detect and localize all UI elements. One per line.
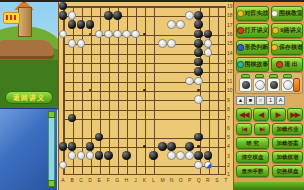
castle-tower-icon xyxy=(18,7,32,37)
blue-dot-icon xyxy=(237,44,244,51)
column-label: Q xyxy=(197,177,201,183)
row-label: 15 xyxy=(227,40,233,46)
load-record-button[interactable]: 加载棋谱 xyxy=(272,151,303,163)
yellow-banner-icon xyxy=(3,12,20,24)
white-stone-tool[interactable] xyxy=(253,78,266,92)
lesson-back-button[interactable]: 返回讲义 xyxy=(5,91,53,104)
white-stone-R15 xyxy=(204,39,213,48)
goban-area: ABCDEFGHJKLMNOPQRST191817161514131211109… xyxy=(58,0,233,190)
red-dot-icon xyxy=(276,61,283,68)
black-stone-L3 xyxy=(149,151,158,160)
white-stone-R14 xyxy=(204,48,213,57)
row-label: 17 xyxy=(227,22,233,28)
white-stone-P3 xyxy=(185,151,194,160)
menu-button-3[interactable]: 打开讲义 xyxy=(236,23,269,38)
marker-tool-1[interactable]: ▲ xyxy=(236,96,245,105)
right-toolbar: 对弈实战围棋教室打开讲义9路讲义形势判断保存棋谱围棋故事退 出 ▲■○1A ◀◀… xyxy=(233,0,304,190)
column-label: A xyxy=(61,177,64,183)
menu-button-label: 形势判断 xyxy=(245,43,269,52)
clear-board-button[interactable]: 清空棋盘 xyxy=(236,151,269,163)
column-label: D xyxy=(88,177,92,183)
white-dot-icon xyxy=(271,10,278,17)
black-stone-F18 xyxy=(104,11,113,20)
black-stone-tool[interactable] xyxy=(267,78,280,92)
black-stone-Q18 xyxy=(194,11,203,20)
gold-dot-icon xyxy=(237,10,244,17)
last-move-marker-icon xyxy=(206,163,211,168)
black-stone-M4 xyxy=(158,142,167,151)
white-stone-N3 xyxy=(167,151,176,160)
marker-tool-row: ▲■○1A xyxy=(236,96,303,105)
black-stone-icon xyxy=(242,81,250,89)
black-stone-Q3 xyxy=(194,151,203,160)
star-point xyxy=(197,145,200,148)
column-label: R xyxy=(206,177,210,183)
row-label: 1 xyxy=(227,171,230,177)
black-stone-H3 xyxy=(122,151,131,160)
menu-button-label: 围棋教室 xyxy=(279,9,303,18)
menu-button-label: 打开讲义 xyxy=(245,26,269,35)
white-stone-N15 xyxy=(167,39,176,48)
menu-button-7[interactable]: 围棋故事 xyxy=(236,57,269,72)
white-stone-B15 xyxy=(68,39,77,48)
row-label: 8 xyxy=(227,106,230,112)
white-stone-J16 xyxy=(131,30,140,39)
menu-button-8[interactable]: 退 出 xyxy=(271,57,303,72)
left-sidebar: 返回讲义 xyxy=(0,0,59,190)
column-label: L xyxy=(152,177,155,183)
menu-button-label: 保存棋谱 xyxy=(279,43,303,52)
menu-button-6[interactable]: 保存棋谱 xyxy=(271,40,303,55)
column-label: J xyxy=(134,177,137,183)
column-label: C xyxy=(79,177,83,183)
lesson-list-panel[interactable] xyxy=(0,108,57,190)
marker-tool-2[interactable]: ■ xyxy=(246,96,255,105)
column-label: K xyxy=(143,177,146,183)
menu-button-label: 对弈实战 xyxy=(245,9,269,18)
menu-button-2[interactable]: 围棋教室 xyxy=(271,6,303,21)
white-stone-R2 xyxy=(204,161,213,170)
stone-tool-strip xyxy=(235,72,303,94)
gold-dot-icon xyxy=(271,44,278,51)
nav-rewind-button[interactable]: ◀◀ xyxy=(236,108,252,121)
column-label: O xyxy=(179,177,183,183)
row-label: 7 xyxy=(227,115,230,121)
row-label: 11 xyxy=(227,78,232,84)
row-label: 18 xyxy=(227,12,233,18)
black-stone-Q14 xyxy=(194,48,203,57)
white-stone-Q9 xyxy=(194,95,203,104)
white-stone-icon xyxy=(283,80,293,90)
show-move-numbers-button[interactable]: 显示手数 xyxy=(236,165,269,177)
white-stone-P18 xyxy=(185,11,194,20)
column-label: E xyxy=(98,177,101,183)
banner-text-decoration xyxy=(6,15,16,20)
white-stone-O3 xyxy=(176,151,185,160)
row-label: 6 xyxy=(227,125,230,131)
scroll-down-icon[interactable] xyxy=(48,180,55,187)
row-label: 3 xyxy=(227,153,230,159)
white-stone-B18 xyxy=(68,11,77,20)
load-homework-button[interactable]: 加载作业 xyxy=(272,123,303,135)
window-top-edge xyxy=(0,0,304,2)
black-stone-B4 xyxy=(68,142,77,151)
nav-forward-button[interactable]: ▶ xyxy=(270,108,286,121)
white-stone-P11 xyxy=(185,77,194,86)
menu-button-4[interactable]: 9路讲义 xyxy=(271,23,303,38)
column-label: F xyxy=(107,177,110,183)
red-dot-icon xyxy=(237,27,244,34)
wooden-arch-icon xyxy=(0,40,54,56)
column-label: B xyxy=(70,177,73,183)
white-stone-icon xyxy=(255,80,265,90)
black-stone-Q15 xyxy=(194,39,203,48)
black-stone-G18 xyxy=(113,11,122,20)
white-stone-F16 xyxy=(104,30,113,39)
white-stone-O17 xyxy=(176,20,185,29)
star-point xyxy=(143,145,146,148)
column-label: T xyxy=(224,177,227,183)
marker-tool-5[interactable]: A xyxy=(276,96,285,105)
menu-button-1[interactable]: 对弈实战 xyxy=(236,6,269,21)
black-stone-A18 xyxy=(59,11,68,20)
marker-tool-3[interactable]: ○ xyxy=(256,96,265,105)
column-label: G xyxy=(115,177,119,183)
black-stone-icon xyxy=(270,81,278,89)
row-label: 12 xyxy=(227,68,233,74)
white-stone-G16 xyxy=(113,30,122,39)
column-label: N xyxy=(170,177,174,183)
column-label: P xyxy=(188,177,191,183)
black-stone-A4 xyxy=(59,142,68,151)
row-label: 2 xyxy=(227,162,230,168)
column-label: S xyxy=(215,177,218,183)
black-stone-F3 xyxy=(104,151,113,160)
white-stone-C15 xyxy=(77,39,86,48)
row-label: 5 xyxy=(227,134,230,140)
black-stone-tool[interactable] xyxy=(239,78,252,92)
jump-first-button[interactable]: |◀ xyxy=(236,123,252,135)
tool-confirm-chip[interactable] xyxy=(293,78,300,92)
black-stone-R3 xyxy=(204,151,213,160)
nav-back-button[interactable]: ◀ xyxy=(253,108,269,121)
black-stone-D4 xyxy=(86,142,95,151)
black-stone-Q5 xyxy=(194,133,203,142)
row-label: 10 xyxy=(227,87,233,93)
white-stone-M15 xyxy=(158,39,167,48)
go-app-window: 返回讲义 ABCDEFGHJKLMNOPQRST1918171615141312… xyxy=(0,0,304,190)
row-label: 9 xyxy=(227,97,230,103)
jump-last-button[interactable]: ▶| xyxy=(254,123,270,135)
white-stone-Q11 xyxy=(194,77,203,86)
column-label: H xyxy=(125,177,129,183)
black-stone-Q12 xyxy=(194,67,203,76)
column-label: M xyxy=(160,177,164,183)
scroll-up-icon[interactable] xyxy=(48,111,55,118)
research-button[interactable]: 研 究 xyxy=(236,137,269,149)
menu-button-label: 退 出 xyxy=(284,60,298,69)
row-label: 19 xyxy=(227,3,233,9)
black-stone-N4 xyxy=(167,142,176,151)
black-stone-P4 xyxy=(185,142,194,151)
nav-fast-forward-button[interactable]: ▶▶ xyxy=(287,108,303,121)
marker-tool-4[interactable]: 1 xyxy=(266,96,275,105)
white-stone-H16 xyxy=(122,30,131,39)
lesson-scrollbar[interactable] xyxy=(48,111,55,187)
row-label: 16 xyxy=(227,31,233,37)
row-label: 13 xyxy=(227,59,233,65)
panel-bottom-strip xyxy=(234,182,304,190)
load-answer-button[interactable]: 加载答案 xyxy=(272,137,303,149)
teal-dot-icon xyxy=(237,61,244,68)
switch-board-button[interactable]: 切换棋盘 xyxy=(272,165,303,177)
row-label: 14 xyxy=(227,50,233,56)
menu-button-5[interactable]: 形势判断 xyxy=(236,40,269,55)
menu-button-label: 9路讲义 xyxy=(280,26,301,35)
row-label: 4 xyxy=(227,143,230,149)
black-stone-Q17 xyxy=(194,20,203,29)
menu-button-label: 围棋故事 xyxy=(245,60,269,69)
gold-dot-icon xyxy=(272,27,279,34)
white-stone-N17 xyxy=(167,20,176,29)
